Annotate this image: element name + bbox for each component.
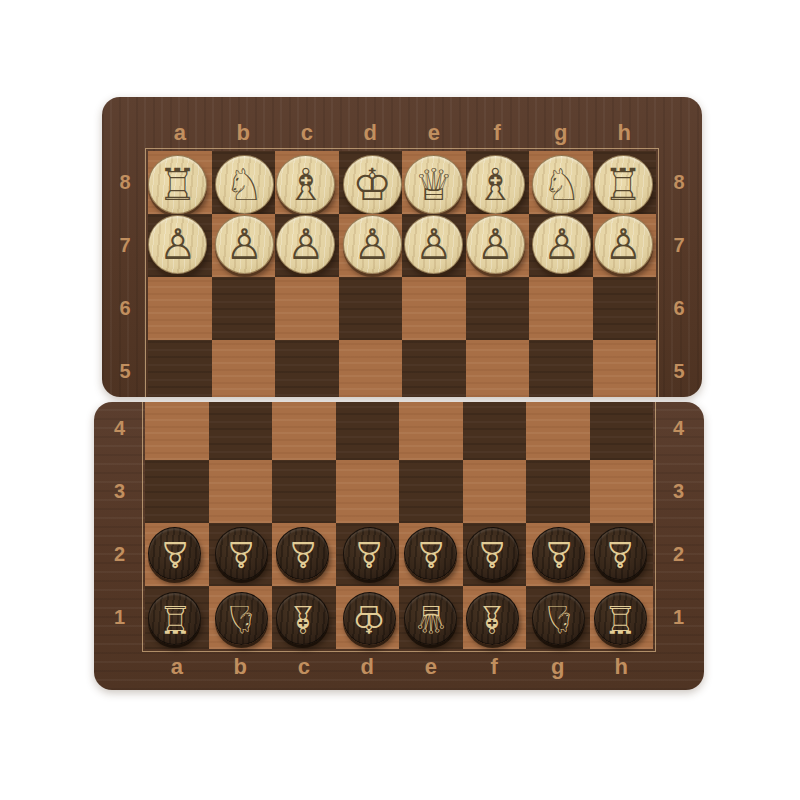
board-grid-ranks-8-5: ♖♘♗♔♕♗♘♖♙♙♙♙♙♙♙♙ [148,151,656,397]
file-label-e: e [402,117,466,149]
square-d4 [336,402,400,460]
square-c5 [275,340,339,397]
rank-label-8: 8 [102,151,148,214]
white-pawn-h7: ♙ [594,215,653,274]
square-b7: ♙ [212,214,276,277]
square-h1: ♖ [590,586,654,649]
square-e4 [399,402,463,460]
file-label-d: d [339,117,403,149]
pawn-glyph: ♙ [225,224,263,266]
board-bottom-half: ♙♙♙♙♙♙♙♙♖♘♗♔♕♗♘♖ 4321 4321 abcdefgh [94,402,704,690]
square-c2: ♙ [272,523,336,586]
pawn-glyph: ♙ [476,224,514,266]
black-knight-b1: ♘ [215,592,268,645]
white-king-d8: ♔ [343,155,402,214]
square-c4 [272,402,336,460]
pawn-glyph: ♙ [415,224,453,266]
bishop-glyph: ♗ [475,600,509,638]
white-pawn-c7: ♙ [276,215,335,274]
rank-label-3: 3 [94,460,145,523]
square-g4 [526,402,590,460]
black-knight-g1: ♘ [532,592,585,645]
bishop-glyph: ♗ [476,163,515,207]
square-g7: ♙ [529,214,593,277]
square-d1: ♔ [336,586,400,649]
square-f3 [463,460,527,523]
square-e1: ♕ [399,586,463,649]
square-d7: ♙ [339,214,403,277]
rank-label-2: 2 [94,523,145,586]
rank-label-4: 4 [94,402,145,460]
square-c7: ♙ [275,214,339,277]
pawn-glyph: ♙ [159,536,191,572]
square-h5 [593,340,657,397]
pawn-glyph: ♙ [604,224,642,266]
file-label-h: h [590,650,654,684]
rank-label-2: 2 [653,523,704,586]
square-g1: ♘ [526,586,590,649]
knight-glyph: ♘ [542,600,576,638]
square-e7: ♙ [402,214,466,277]
square-b4 [209,402,273,460]
rank-label-3: 3 [653,460,704,523]
rook-glyph: ♖ [158,163,197,207]
square-f5 [466,340,530,397]
square-c6 [275,277,339,340]
square-b5 [212,340,276,397]
square-a8: ♖ [148,151,212,214]
square-e8: ♕ [402,151,466,214]
square-a4 [145,402,209,460]
rank-label-1: 1 [653,586,704,649]
pawn-glyph: ♙ [543,224,581,266]
square-b2: ♙ [209,523,273,586]
black-rook-a1: ♖ [148,592,201,645]
square-c1: ♗ [272,586,336,649]
square-a1: ♖ [145,586,209,649]
square-e3 [399,460,463,523]
white-pawn-f7: ♙ [466,215,525,274]
bishop-glyph: ♗ [286,163,325,207]
square-h7: ♙ [593,214,657,277]
white-pawn-d7: ♙ [343,215,402,274]
square-d3 [336,460,400,523]
white-pawn-b7: ♙ [215,215,274,274]
square-h3 [590,460,654,523]
rank-labels-bottom-right: 4321 [653,402,704,649]
square-f6 [466,277,530,340]
pawn-glyph: ♙ [476,536,508,572]
square-g2: ♙ [526,523,590,586]
rank-label-1: 1 [94,586,145,649]
pawn-glyph: ♙ [353,224,391,266]
bishop-glyph: ♗ [286,600,320,638]
rank-label-6: 6 [656,277,702,340]
rank-label-7: 7 [102,214,148,277]
file-label-d: d [336,650,400,684]
board-grid-ranks-4-1: ♙♙♙♙♙♙♙♙♖♘♗♔♕♗♘♖ [145,402,653,649]
black-king-d1: ♔ [343,592,396,645]
file-label-a: a [148,117,212,149]
square-b8: ♘ [212,151,276,214]
king-glyph: ♔ [353,163,392,207]
square-h4 [590,402,654,460]
rank-label-5: 5 [102,340,148,397]
knight-glyph: ♘ [224,600,258,638]
square-d6 [339,277,403,340]
square-a7: ♙ [148,214,212,277]
pawn-glyph: ♙ [225,536,257,572]
knight-glyph: ♘ [225,163,264,207]
file-label-h: h [593,117,657,149]
square-f7: ♙ [466,214,530,277]
file-label-a: a [145,650,209,684]
white-bishop-f8: ♗ [466,155,525,214]
white-pawn-a7: ♙ [148,215,207,274]
square-d2: ♙ [336,523,400,586]
rank-labels-bottom-left: 4321 [94,402,145,649]
rank-label-4: 4 [653,402,704,460]
black-queen-e1: ♕ [404,592,457,645]
square-g8: ♘ [529,151,593,214]
file-label-f: f [463,650,527,684]
square-a2: ♙ [145,523,209,586]
pawn-glyph: ♙ [353,536,385,572]
black-pawn-g2: ♙ [532,527,585,580]
square-a5 [148,340,212,397]
black-bishop-f1: ♗ [466,592,519,645]
file-label-e: e [399,650,463,684]
square-f2: ♙ [463,523,527,586]
file-label-g: g [526,650,590,684]
white-bishop-c8: ♗ [276,155,335,214]
queen-glyph: ♕ [414,163,453,207]
white-rook-h8: ♖ [594,155,653,214]
file-label-b: b [212,117,276,149]
black-pawn-d2: ♙ [343,527,396,580]
black-pawn-a2: ♙ [148,527,201,580]
queen-glyph: ♕ [414,600,448,638]
square-e5 [402,340,466,397]
pawn-glyph: ♙ [287,536,319,572]
knight-glyph: ♘ [542,163,581,207]
square-h8: ♖ [593,151,657,214]
rank-label-8: 8 [656,151,702,214]
square-b1: ♘ [209,586,273,649]
white-rook-a8: ♖ [148,155,207,214]
square-f4 [463,402,527,460]
file-label-g: g [529,117,593,149]
rook-glyph: ♖ [603,600,637,638]
rook-glyph: ♖ [604,163,643,207]
pawn-glyph: ♙ [287,224,325,266]
pawn-glyph: ♙ [543,536,575,572]
black-pawn-f2: ♙ [466,527,519,580]
white-pawn-g7: ♙ [532,215,591,274]
square-e2: ♙ [399,523,463,586]
rook-glyph: ♖ [158,600,192,638]
square-e6 [402,277,466,340]
square-h2: ♙ [590,523,654,586]
square-b6 [212,277,276,340]
square-c8: ♗ [275,151,339,214]
chessboard-photo: abcdefgh 8765 8765 ♖♘♗♔♕♗♘♖♙♙♙♙♙♙♙♙ ♙♙♙♙… [0,0,800,800]
white-knight-g8: ♘ [532,155,591,214]
square-f1: ♗ [463,586,527,649]
square-f8: ♗ [466,151,530,214]
square-a6 [148,277,212,340]
square-c3 [272,460,336,523]
file-label-f: f [466,117,530,149]
rank-label-5: 5 [656,340,702,397]
black-pawn-e2: ♙ [404,527,457,580]
pawn-glyph: ♙ [604,536,636,572]
square-d8: ♔ [339,151,403,214]
square-b3 [209,460,273,523]
white-knight-b8: ♘ [215,155,274,214]
black-pawn-c2: ♙ [276,527,329,580]
file-labels-top: abcdefgh [148,117,656,149]
white-pawn-e7: ♙ [404,215,463,274]
square-g3 [526,460,590,523]
black-pawn-b2: ♙ [215,527,268,580]
square-a3 [145,460,209,523]
white-queen-e8: ♕ [404,155,463,214]
file-label-b: b [209,650,273,684]
file-label-c: c [275,117,339,149]
king-glyph: ♔ [352,600,386,638]
board-top-half: abcdefgh 8765 8765 ♖♘♗♔♕♗♘♖♙♙♙♙♙♙♙♙ [102,97,702,397]
rank-label-6: 6 [102,277,148,340]
rank-labels-top-left: 8765 [102,151,148,397]
square-d5 [339,340,403,397]
rank-label-7: 7 [656,214,702,277]
rank-labels-top-right: 8765 [656,151,702,397]
pawn-glyph: ♙ [159,224,197,266]
black-pawn-h2: ♙ [594,527,647,580]
square-g5 [529,340,593,397]
square-h6 [593,277,657,340]
black-bishop-c1: ♗ [276,592,329,645]
square-g6 [529,277,593,340]
black-rook-h1: ♖ [594,592,647,645]
pawn-glyph: ♙ [415,536,447,572]
file-label-c: c [272,650,336,684]
file-labels-bottom: abcdefgh [145,650,653,684]
